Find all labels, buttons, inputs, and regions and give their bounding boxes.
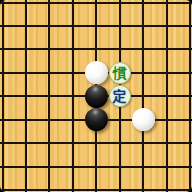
intersection[interactable]: [155, 38, 178, 61]
intersection[interactable]: [14, 61, 37, 84]
intersection[interactable]: [38, 0, 61, 14]
intersection[interactable]: [85, 85, 108, 108]
intersection[interactable]: [38, 38, 61, 61]
intersection[interactable]: [0, 155, 14, 178]
intersection[interactable]: [61, 0, 84, 14]
intersection[interactable]: [14, 178, 37, 192]
intersection[interactable]: [14, 85, 37, 108]
intersection[interactable]: [61, 178, 84, 192]
intersection[interactable]: [155, 131, 178, 154]
intersection[interactable]: [38, 85, 61, 108]
intersection[interactable]: [0, 85, 14, 108]
intersection[interactable]: [178, 85, 192, 108]
intersection[interactable]: [108, 155, 131, 178]
intersection[interactable]: [155, 155, 178, 178]
intersection[interactable]: [155, 14, 178, 37]
intersection[interactable]: [85, 38, 108, 61]
intersection[interactable]: [61, 14, 84, 37]
intersection[interactable]: [131, 108, 154, 131]
intersection[interactable]: [38, 108, 61, 131]
intersection[interactable]: [131, 38, 154, 61]
intersection[interactable]: [155, 85, 178, 108]
intersection[interactable]: [61, 85, 84, 108]
intersection[interactable]: [0, 0, 14, 14]
intersection[interactable]: [61, 38, 84, 61]
intersection[interactable]: [131, 131, 154, 154]
go-app-window: 慣定: [0, 0, 192, 192]
intersection[interactable]: [85, 178, 108, 192]
intersection[interactable]: [61, 108, 84, 131]
intersection[interactable]: [131, 178, 154, 192]
intersection[interactable]: [38, 14, 61, 37]
intersection[interactable]: [155, 108, 178, 131]
intersection[interactable]: [0, 178, 14, 192]
intersection[interactable]: [108, 178, 131, 192]
intersection[interactable]: [85, 61, 108, 84]
intersection[interactable]: [178, 108, 192, 131]
intersection[interactable]: [14, 0, 37, 14]
intersection[interactable]: [178, 38, 192, 61]
white-stone: [132, 108, 155, 131]
intersection[interactable]: [61, 131, 84, 154]
intersection-grid: 慣定: [0, 0, 192, 192]
intersection[interactable]: [131, 0, 154, 14]
labeled-answer-point[interactable]: 慣: [109, 62, 131, 84]
intersection[interactable]: [0, 61, 14, 84]
intersection[interactable]: [178, 0, 192, 14]
intersection[interactable]: [38, 131, 61, 154]
intersection[interactable]: [85, 131, 108, 154]
intersection[interactable]: [14, 38, 37, 61]
black-stone: [85, 108, 108, 131]
intersection[interactable]: [14, 108, 37, 131]
intersection[interactable]: [0, 38, 14, 61]
intersection[interactable]: [61, 61, 84, 84]
intersection[interactable]: [155, 0, 178, 14]
intersection[interactable]: [131, 155, 154, 178]
intersection[interactable]: [155, 61, 178, 84]
intersection[interactable]: [85, 0, 108, 14]
intersection[interactable]: [61, 155, 84, 178]
intersection[interactable]: [178, 61, 192, 84]
intersection[interactable]: [38, 61, 61, 84]
intersection[interactable]: [14, 14, 37, 37]
intersection[interactable]: [14, 131, 37, 154]
intersection[interactable]: [178, 155, 192, 178]
intersection[interactable]: [14, 155, 37, 178]
intersection[interactable]: [0, 108, 14, 131]
intersection[interactable]: [108, 108, 131, 131]
intersection[interactable]: [108, 0, 131, 14]
go-board[interactable]: 慣定: [0, 0, 192, 192]
labeled-answer-point[interactable]: 定: [109, 85, 131, 107]
intersection[interactable]: [155, 178, 178, 192]
black-stone: [85, 85, 108, 108]
intersection[interactable]: [108, 14, 131, 37]
white-stone: [85, 61, 108, 84]
intersection[interactable]: [131, 61, 154, 84]
intersection[interactable]: [38, 155, 61, 178]
intersection[interactable]: [0, 14, 14, 37]
intersection[interactable]: [131, 14, 154, 37]
intersection[interactable]: [178, 178, 192, 192]
intersection[interactable]: [38, 178, 61, 192]
intersection[interactable]: [108, 38, 131, 61]
intersection[interactable]: [108, 131, 131, 154]
intersection[interactable]: [178, 131, 192, 154]
intersection[interactable]: [85, 155, 108, 178]
intersection[interactable]: [85, 108, 108, 131]
intersection[interactable]: 定: [108, 85, 131, 108]
intersection[interactable]: 慣: [108, 61, 131, 84]
intersection[interactable]: [131, 85, 154, 108]
intersection[interactable]: [178, 14, 192, 37]
intersection[interactable]: [85, 14, 108, 37]
intersection[interactable]: [0, 131, 14, 154]
